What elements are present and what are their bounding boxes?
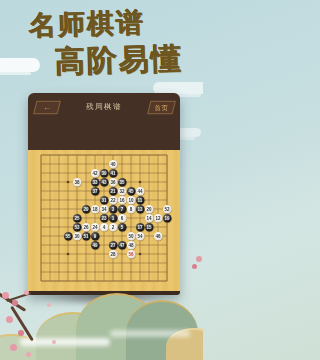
go-stone-6: 6 — [118, 214, 127, 223]
go-stone-27: 27 — [109, 241, 118, 250]
promo-screenshot: { "headline": {"line1": "名师棋谱", "line2":… — [0, 0, 203, 360]
go-stone-11: 11 — [136, 196, 145, 205]
go-stone-37: 37 — [91, 187, 100, 196]
go-stone-22: 22 — [109, 196, 118, 205]
go-stone-3: 3 — [109, 205, 118, 214]
go-stone-32: 32 — [118, 187, 127, 196]
go-stone-30: 30 — [73, 232, 82, 241]
plum-blossom — [2, 292, 9, 299]
app-header: ← 残局棋谱 首页 — [28, 93, 180, 150]
go-stone-40: 40 — [109, 160, 118, 169]
go-stone-24: 24 — [91, 223, 100, 232]
go-stone-38: 38 — [73, 178, 82, 187]
go-stone-51: 51 — [82, 232, 91, 241]
go-stone-25: 25 — [73, 214, 82, 223]
go-stone-19: 19 — [163, 214, 172, 223]
go-stone-14: 14 — [145, 214, 154, 223]
go-stone-20: 20 — [145, 205, 154, 214]
go-stone-7: 7 — [118, 205, 127, 214]
mist — [110, 330, 190, 337]
go-stone-47: 47 — [118, 241, 127, 250]
go-stone-35: 35 — [118, 178, 127, 187]
go-stone-46: 46 — [154, 232, 163, 241]
go-stone-29: 29 — [82, 205, 91, 214]
go-stone-21: 21 — [109, 187, 118, 196]
go-stone-53: 53 — [73, 223, 82, 232]
go-stone-12: 12 — [154, 214, 163, 223]
go-stone-42: 42 — [91, 169, 100, 178]
go-stone-13: 13 — [136, 205, 145, 214]
go-stone-1: 1 — [109, 214, 118, 223]
home-button[interactable]: 首页 — [147, 101, 175, 114]
go-stone-50: 50 — [127, 232, 136, 241]
go-stone-34: 34 — [100, 205, 109, 214]
phone-mockup: ← 残局棋谱 首页 123456789101112131415161718192… — [28, 93, 180, 295]
go-stone-56: 56 — [127, 250, 136, 259]
go-stone-43: 43 — [100, 178, 109, 187]
plum-blossom — [196, 256, 202, 262]
petal — [52, 340, 56, 344]
go-stone-18: 18 — [91, 205, 100, 214]
go-stone-8: 8 — [127, 205, 136, 214]
go-stone-26: 26 — [82, 223, 91, 232]
headline-line-1: 名师棋谱 — [29, 4, 146, 43]
go-stone-33: 33 — [91, 178, 100, 187]
go-stone-49: 49 — [91, 241, 100, 250]
go-stone-36: 36 — [109, 178, 118, 187]
go-stone-44: 44 — [136, 187, 145, 196]
go-stone-31: 31 — [100, 196, 109, 205]
go-stone-17: 17 — [136, 223, 145, 232]
go-stone-16: 16 — [118, 196, 127, 205]
plum-blossom — [192, 264, 197, 269]
plum-blossom — [6, 316, 13, 323]
go-stone-39: 39 — [100, 169, 109, 178]
go-stone-48: 48 — [127, 241, 136, 250]
go-stone-10: 10 — [127, 196, 136, 205]
plum-blossom — [12, 300, 18, 306]
go-stone-28: 28 — [109, 250, 118, 259]
go-stone-15: 15 — [145, 223, 154, 232]
go-stone-55: 55 — [64, 232, 73, 241]
petal — [47, 303, 51, 307]
go-stone-41: 41 — [109, 169, 118, 178]
go-stone-54: 54 — [136, 232, 145, 241]
go-stone-9: 9 — [91, 232, 100, 241]
plum-blossom — [26, 352, 31, 357]
go-stone-52: 52 — [163, 205, 172, 214]
headline-line-2: 高阶易懂 — [54, 38, 183, 82]
home-button-label: 首页 — [155, 103, 169, 112]
go-stone-2: 2 — [109, 223, 118, 232]
go-stone-45: 45 — [127, 187, 136, 196]
go-stone-4: 4 — [100, 223, 109, 232]
plum-blossom — [18, 330, 24, 336]
go-stone-23: 23 — [100, 214, 109, 223]
go-board[interactable]: 1234567891011121314151617181920212223242… — [28, 150, 180, 295]
go-stone-5: 5 — [118, 223, 127, 232]
plum-blossom — [10, 344, 17, 351]
cloud-swirl — [0, 58, 40, 72]
plum-blossom — [24, 290, 29, 295]
